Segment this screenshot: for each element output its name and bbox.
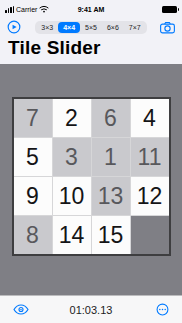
puzzle-board: 726453111910131281415 <box>12 97 171 256</box>
size-option-3x3[interactable]: 3×3 <box>36 22 58 33</box>
status-bar: Carrier 9:41 AM <box>0 0 182 18</box>
tile-10[interactable]: 10 <box>53 177 91 215</box>
tile-12[interactable]: 12 <box>131 177 169 215</box>
tile-4[interactable]: 4 <box>131 99 169 137</box>
empty-cell <box>131 216 169 254</box>
size-segmented-control: 3×34×45×56×67×7 <box>35 21 146 34</box>
size-option-4x4[interactable]: 4×4 <box>58 22 80 33</box>
size-option-7x7[interactable]: 7×7 <box>124 22 146 33</box>
bottom-toolbar: 01:03.13 <box>0 295 182 323</box>
play-area: 726453111910131281415 <box>0 64 182 295</box>
tile-7[interactable]: 7 <box>14 99 52 137</box>
tile-15[interactable]: 15 <box>92 216 130 254</box>
clock-label: 9:41 AM <box>0 6 182 13</box>
nav-toolbar: 3×34×45×56×67×7 <box>0 18 182 36</box>
page-title: Tile Slider <box>8 37 182 59</box>
timer-label: 01:03.13 <box>0 304 182 316</box>
size-option-6x6[interactable]: 6×6 <box>102 22 124 33</box>
tile-11[interactable]: 11 <box>131 138 169 176</box>
tile-14[interactable]: 14 <box>53 216 91 254</box>
tile-2[interactable]: 2 <box>53 99 91 137</box>
title-bar: Tile Slider <box>0 36 182 64</box>
battery-icon <box>162 6 177 13</box>
size-option-5x5[interactable]: 5×5 <box>80 22 102 33</box>
tile-8[interactable]: 8 <box>14 216 52 254</box>
tile-3[interactable]: 3 <box>53 138 91 176</box>
status-right <box>162 6 177 13</box>
tile-6[interactable]: 6 <box>92 99 130 137</box>
size-segmented-wrap: 3×34×45×56×67×7 <box>0 21 182 34</box>
tile-1[interactable]: 1 <box>92 138 130 176</box>
tile-5[interactable]: 5 <box>14 138 52 176</box>
app-window: Carrier 9:41 AM 3×34×45×56×67×7 <box>0 0 182 323</box>
tile-13[interactable]: 13 <box>92 177 130 215</box>
tile-9[interactable]: 9 <box>14 177 52 215</box>
